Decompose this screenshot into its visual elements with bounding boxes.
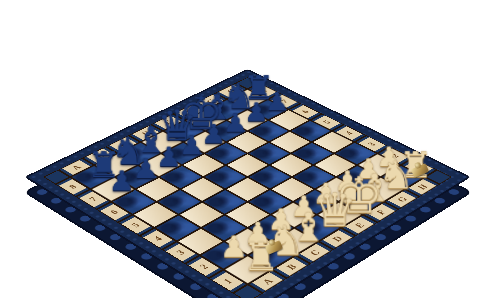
product-photo-scene: ABCDEFGH8♜♞♝♛♚♝♞♜87♟♟♟♟♟♟♟♟7665544332♟♟♟… bbox=[0, 0, 480, 298]
blue-pawn-a7[interactable]: ♟ bbox=[107, 167, 137, 194]
chess-board: ABCDEFGH8♜♞♝♛♚♝♞♜87♟♟♟♟♟♟♟♟7665544332♟♟♟… bbox=[24, 70, 467, 298]
board-grid: ABCDEFGH8♜♞♝♛♚♝♞♜87♟♟♟♟♟♟♟♟7665544332♟♟♟… bbox=[43, 77, 452, 298]
board-frame: ABCDEFGH8♜♞♝♛♚♝♞♜87♟♟♟♟♟♟♟♟7665544332♟♟♟… bbox=[24, 69, 471, 298]
